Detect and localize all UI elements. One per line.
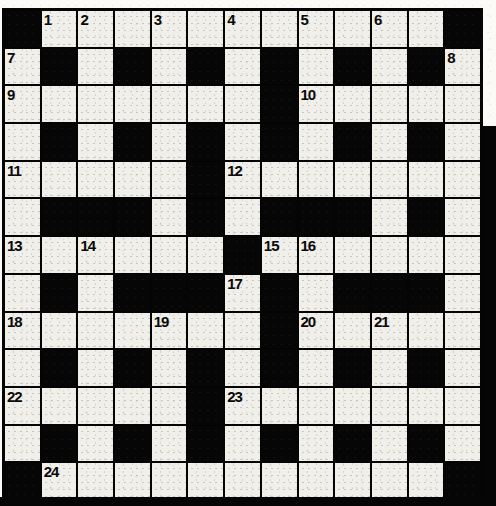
clue-number-11: 11 <box>7 162 21 179</box>
cell-r3-c6[interactable] <box>225 124 260 160</box>
cell-r4-c2[interactable] <box>78 162 113 198</box>
cell-r10-c1[interactable] <box>42 388 77 424</box>
cell-r0-c6[interactable]: 4 <box>225 11 260 47</box>
cell-r1-c1-block <box>42 49 77 85</box>
cell-r12-c6[interactable] <box>225 463 260 499</box>
cell-r3-c1-block <box>42 124 77 160</box>
cell-r2-c3[interactable] <box>115 86 150 122</box>
clue-number-9: 9 <box>7 86 14 103</box>
cell-r7-c3-block <box>115 275 150 311</box>
cell-r9-c12[interactable] <box>445 350 480 386</box>
cell-r1-c6[interactable] <box>225 49 260 85</box>
clue-number-14: 14 <box>80 237 95 254</box>
clue-number-21: 21 <box>374 313 389 330</box>
cell-r6-c11[interactable] <box>409 237 444 273</box>
cell-r8-c9[interactable] <box>335 313 370 349</box>
cell-r2-c9[interactable] <box>335 86 370 122</box>
cell-r6-c5[interactable] <box>188 237 223 273</box>
cell-r9-c0[interactable] <box>5 350 40 386</box>
clue-number-12: 12 <box>227 162 242 179</box>
cell-r9-c11-block <box>409 350 444 386</box>
cell-r8-c4[interactable]: 19 <box>152 313 187 349</box>
cell-r5-c12[interactable] <box>445 199 480 235</box>
cell-r8-c1[interactable] <box>42 313 77 349</box>
crossword-board: 123456789101112131415161718192021222324 <box>2 8 483 502</box>
cell-r7-c9-block <box>335 275 370 311</box>
cell-r3-c5-block <box>188 124 223 160</box>
cell-r1-c2[interactable] <box>78 49 113 85</box>
cell-r7-c6[interactable]: 17 <box>225 275 260 311</box>
clue-number-4: 4 <box>227 11 234 28</box>
cell-r12-c9[interactable] <box>335 463 370 499</box>
cell-r11-c4[interactable] <box>152 426 187 462</box>
cell-r5-c10[interactable] <box>372 199 407 235</box>
cell-r1-c10[interactable] <box>372 49 407 85</box>
cell-r9-c5-block <box>188 350 223 386</box>
cell-r5-c7-block <box>262 199 297 235</box>
cell-r12-c8[interactable] <box>299 463 334 499</box>
cell-r10-c11[interactable] <box>409 388 444 424</box>
clue-number-15: 15 <box>264 237 279 254</box>
cell-r9-c7-block <box>262 350 297 386</box>
cell-r10-c7[interactable] <box>262 388 297 424</box>
clue-number-23: 23 <box>227 388 242 405</box>
cell-r3-c3-block <box>115 124 150 160</box>
cell-r11-c5-block <box>188 426 223 462</box>
cell-r12-c0-block <box>5 463 40 499</box>
cell-r2-c1[interactable] <box>42 86 77 122</box>
cell-r2-c0[interactable]: 9 <box>5 86 40 122</box>
cell-r3-c2[interactable] <box>78 124 113 160</box>
cell-r10-c5-block <box>188 388 223 424</box>
cell-r9-c8[interactable] <box>299 350 334 386</box>
cell-r10-c9[interactable] <box>335 388 370 424</box>
cell-r4-c7[interactable] <box>262 162 297 198</box>
cell-r8-c10[interactable]: 21 <box>372 313 407 349</box>
cell-r9-c9-block <box>335 350 370 386</box>
cell-r5-c8-block <box>299 199 334 235</box>
cell-r1-c4[interactable] <box>152 49 187 85</box>
cell-r3-c0[interactable] <box>5 124 40 160</box>
cell-r8-c6[interactable] <box>225 313 260 349</box>
cell-r9-c1-block <box>42 350 77 386</box>
cell-r8-c7-block <box>262 313 297 349</box>
cell-r12-c11[interactable] <box>409 463 444 499</box>
cell-r5-c9-block <box>335 199 370 235</box>
clue-number-17: 17 <box>227 275 242 292</box>
clue-number-3: 3 <box>154 11 161 28</box>
cell-r12-c12-block <box>445 463 480 499</box>
cell-r3-c7-block <box>262 124 297 160</box>
clue-number-6: 6 <box>374 11 381 28</box>
clue-number-2: 2 <box>80 11 87 28</box>
cell-r11-c0[interactable] <box>5 426 40 462</box>
cell-r5-c3-block <box>115 199 150 235</box>
cell-r8-c12[interactable] <box>445 313 480 349</box>
cell-r11-c3-block <box>115 426 150 462</box>
cell-r10-c4[interactable] <box>152 388 187 424</box>
scan-margin-bottom <box>0 497 496 506</box>
cell-r10-c10[interactable] <box>372 388 407 424</box>
cell-r7-c0[interactable] <box>5 275 40 311</box>
cell-r0-c7[interactable] <box>262 11 297 47</box>
cell-r12-c1[interactable]: 24 <box>42 463 77 499</box>
cell-r4-c9[interactable] <box>335 162 370 198</box>
cell-r10-c8[interactable] <box>299 388 334 424</box>
cell-r6-c0[interactable]: 13 <box>5 237 40 273</box>
cell-r0-c0-block <box>5 11 40 47</box>
cell-r11-c2[interactable] <box>78 426 113 462</box>
cell-r8-c8[interactable]: 20 <box>299 313 334 349</box>
cell-r7-c10-block <box>372 275 407 311</box>
clue-number-18: 18 <box>7 313 22 330</box>
cell-r7-c2[interactable] <box>78 275 113 311</box>
cell-r7-c12[interactable] <box>445 275 480 311</box>
cell-r4-c3[interactable] <box>115 162 150 198</box>
cell-r10-c3[interactable] <box>115 388 150 424</box>
cell-r3-c12[interactable] <box>445 124 480 160</box>
cell-r11-c6[interactable] <box>225 426 260 462</box>
cell-r11-c10[interactable] <box>372 426 407 462</box>
cell-r3-c8[interactable] <box>299 124 334 160</box>
cell-r0-c8[interactable]: 5 <box>299 11 334 47</box>
cell-r0-c4[interactable]: 3 <box>152 11 187 47</box>
cell-r11-c8[interactable] <box>299 426 334 462</box>
clue-number-7: 7 <box>7 49 14 66</box>
cell-r2-c12[interactable] <box>445 86 480 122</box>
cell-r1-c7-block <box>262 49 297 85</box>
cell-r7-c11-block <box>409 275 444 311</box>
clue-number-20: 20 <box>301 313 316 330</box>
cell-r12-c3[interactable] <box>115 463 150 499</box>
cell-r0-c11[interactable] <box>409 11 444 47</box>
cell-r4-c12[interactable] <box>445 162 480 198</box>
cell-r2-c8[interactable]: 10 <box>299 86 334 122</box>
cell-r1-c3-block <box>115 49 150 85</box>
cell-r4-c8[interactable] <box>299 162 334 198</box>
cell-r9-c4[interactable] <box>152 350 187 386</box>
clue-number-13: 13 <box>7 237 22 254</box>
cell-r11-c1-block <box>42 426 77 462</box>
cell-r2-c4[interactable] <box>152 86 187 122</box>
cell-r12-c2[interactable] <box>78 463 113 499</box>
cell-r5-c2-block <box>78 199 113 235</box>
cell-r0-c12-block <box>445 11 480 47</box>
cell-r8-c5[interactable] <box>188 313 223 349</box>
cell-r8-c0[interactable]: 18 <box>5 313 40 349</box>
cell-r6-c6-block <box>225 237 260 273</box>
cell-r5-c4[interactable] <box>152 199 187 235</box>
cell-r3-c11-block <box>409 124 444 160</box>
cell-r12-c4[interactable] <box>152 463 187 499</box>
cell-r6-c7[interactable]: 15 <box>262 237 297 273</box>
cell-r7-c1-block <box>42 275 77 311</box>
clue-number-22: 22 <box>7 388 22 405</box>
cell-r0-c10[interactable]: 6 <box>372 11 407 47</box>
cell-r8-c3[interactable] <box>115 313 150 349</box>
cell-r9-c6[interactable] <box>225 350 260 386</box>
cell-r0-c2[interactable]: 2 <box>78 11 113 47</box>
cell-r4-c1[interactable] <box>42 162 77 198</box>
cell-r6-c12[interactable] <box>445 237 480 273</box>
cell-r4-c10[interactable] <box>372 162 407 198</box>
cell-r1-c8[interactable] <box>299 49 334 85</box>
cell-r3-c4[interactable] <box>152 124 187 160</box>
cell-r12-c5[interactable] <box>188 463 223 499</box>
cell-r5-c6[interactable] <box>225 199 260 235</box>
cell-r10-c12[interactable] <box>445 388 480 424</box>
cell-r2-c10[interactable] <box>372 86 407 122</box>
cell-r6-c8[interactable]: 16 <box>299 237 334 273</box>
cell-r3-c9-block <box>335 124 370 160</box>
cell-r4-c0[interactable]: 11 <box>5 162 40 198</box>
clue-number-24: 24 <box>44 463 59 480</box>
cell-r1-c11-block <box>409 49 444 85</box>
cell-r10-c6[interactable]: 23 <box>225 388 260 424</box>
cell-r1-c9-block <box>335 49 370 85</box>
cell-r2-c5[interactable] <box>188 86 223 122</box>
cell-r0-c1[interactable]: 1 <box>42 11 77 47</box>
cell-r9-c3-block <box>115 350 150 386</box>
clue-number-8: 8 <box>447 49 454 66</box>
cell-r2-c6[interactable] <box>225 86 260 122</box>
clue-number-16: 16 <box>301 237 316 254</box>
cell-r6-c9[interactable] <box>335 237 370 273</box>
cell-r6-c4[interactable] <box>152 237 187 273</box>
scan-margin-right <box>483 126 496 506</box>
cell-r5-c11-block <box>409 199 444 235</box>
cell-r12-c10[interactable] <box>372 463 407 499</box>
cell-r5-c1-block <box>42 199 77 235</box>
cell-r1-c12[interactable]: 8 <box>445 49 480 85</box>
cell-r5-c0[interactable] <box>5 199 40 235</box>
clue-number-1: 1 <box>44 11 51 28</box>
cell-r2-c2[interactable] <box>78 86 113 122</box>
cell-r2-c11[interactable] <box>409 86 444 122</box>
cell-r11-c7-block <box>262 426 297 462</box>
cell-r0-c9[interactable] <box>335 11 370 47</box>
cell-r4-c11[interactable] <box>409 162 444 198</box>
cell-r4-c4[interactable] <box>152 162 187 198</box>
cell-r9-c2[interactable] <box>78 350 113 386</box>
cell-r0-c3[interactable] <box>115 11 150 47</box>
cell-r8-c11[interactable] <box>409 313 444 349</box>
cell-r6-c10[interactable] <box>372 237 407 273</box>
cell-r9-c10[interactable] <box>372 350 407 386</box>
cell-r5-c5-block <box>188 199 223 235</box>
cell-r2-c7-block <box>262 86 297 122</box>
cell-r7-c8[interactable] <box>299 275 334 311</box>
cell-r10-c2[interactable] <box>78 388 113 424</box>
cell-r12-c7[interactable] <box>262 463 297 499</box>
cell-r7-c5-block <box>188 275 223 311</box>
cell-r6-c3[interactable] <box>115 237 150 273</box>
cell-r11-c9-block <box>335 426 370 462</box>
cell-r4-c5-block <box>188 162 223 198</box>
cell-r7-c7-block <box>262 275 297 311</box>
cell-r6-c2[interactable]: 14 <box>78 237 113 273</box>
cell-r11-c11-block <box>409 426 444 462</box>
cell-r1-c5-block <box>188 49 223 85</box>
clue-number-19: 19 <box>154 313 169 330</box>
crossword-page: 123456789101112131415161718192021222324 <box>0 0 496 506</box>
clue-number-5: 5 <box>301 11 308 28</box>
cell-r6-c1[interactable] <box>42 237 77 273</box>
cell-r0-c5[interactable] <box>188 11 223 47</box>
cell-r10-c0[interactable]: 22 <box>5 388 40 424</box>
cell-r8-c2[interactable] <box>78 313 113 349</box>
cell-r1-c0[interactable]: 7 <box>5 49 40 85</box>
cell-r3-c10[interactable] <box>372 124 407 160</box>
clue-number-10: 10 <box>301 86 316 103</box>
cell-r7-c4-block <box>152 275 187 311</box>
cell-r11-c12[interactable] <box>445 426 480 462</box>
cell-r4-c6[interactable]: 12 <box>225 162 260 198</box>
